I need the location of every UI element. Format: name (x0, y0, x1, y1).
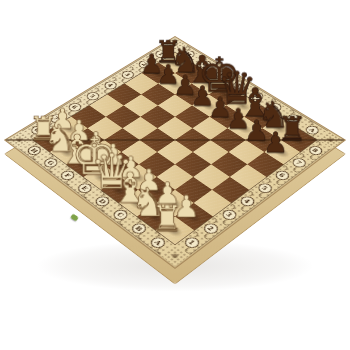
rank-label-3: 3 (219, 207, 239, 221)
black-pawn-glyph: ♟ (262, 129, 288, 157)
product-photo: HGFEDCBA HGFEDCBA 12345678 87654321 ♜♞♝♚… (0, 0, 350, 350)
rank-label-5: 5 (255, 181, 274, 194)
board-top-face: HGFEDCBA HGFEDCBA 12345678 87654321 ♜♞♝♚… (5, 37, 344, 268)
rank-label-7: 7 (289, 156, 308, 169)
rank-label-8: 8 (306, 144, 325, 157)
white-rook-glyph: ♜ (151, 200, 183, 236)
perspective-scene: HGFEDCBA HGFEDCBA 12345678 87654321 ♜♞♝♚… (0, 0, 350, 350)
chess-board: HGFEDCBA HGFEDCBA 12345678 87654321 ♜♞♝♚… (5, 37, 344, 268)
rank-label-6: 6 (272, 169, 291, 182)
rank-label-4: 4 (237, 194, 256, 208)
